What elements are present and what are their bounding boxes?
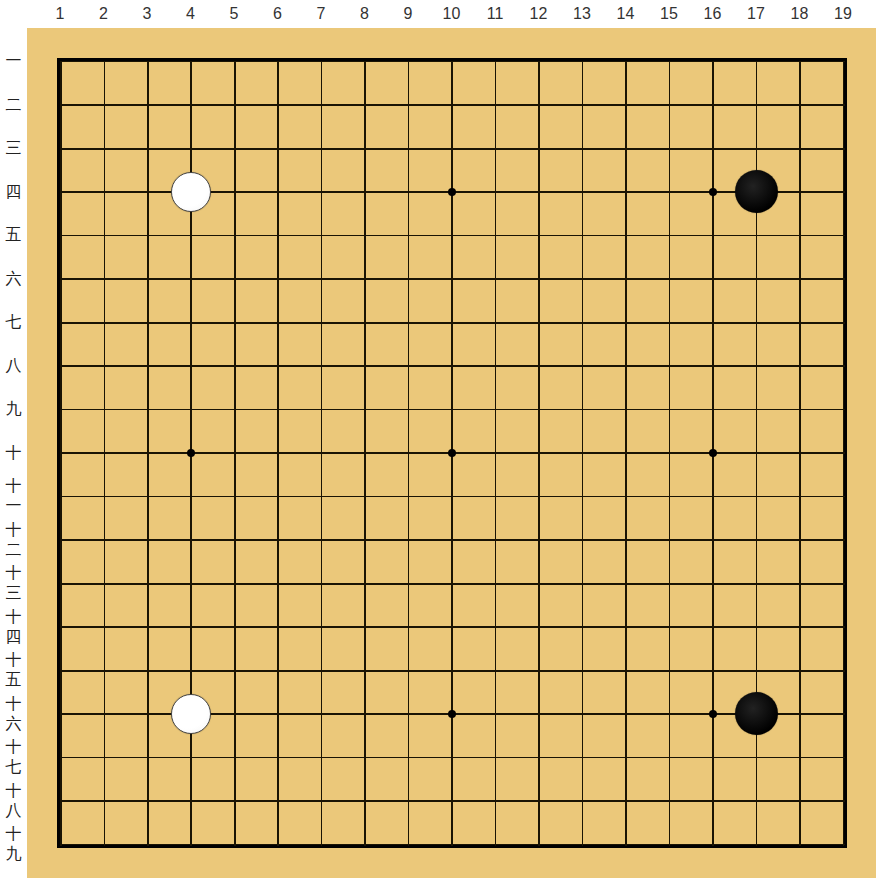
intersection-7-3[interactable]: [299, 126, 343, 170]
intersection-18-18[interactable]: [778, 779, 822, 823]
intersection-8-12[interactable]: [343, 518, 387, 562]
intersection-7-9[interactable]: [299, 387, 343, 431]
intersection-11-5[interactable]: [473, 213, 517, 257]
intersection-10-12[interactable]: [430, 518, 474, 562]
intersection-16-10[interactable]: [691, 431, 735, 475]
intersection-16-6[interactable]: [691, 257, 735, 301]
intersection-5-5[interactable]: [212, 213, 256, 257]
intersection-11-9[interactable]: [473, 387, 517, 431]
intersection-12-11[interactable]: [517, 474, 561, 518]
intersection-7-8[interactable]: [299, 344, 343, 388]
intersection-17-12[interactable]: [734, 518, 778, 562]
intersection-7-11[interactable]: [299, 474, 343, 518]
intersection-7-6[interactable]: [299, 257, 343, 301]
intersection-3-5[interactable]: [125, 213, 169, 257]
intersection-14-19[interactable]: [604, 822, 648, 866]
intersection-4-18[interactable]: [169, 779, 213, 823]
intersection-13-11[interactable]: [560, 474, 604, 518]
intersection-15-12[interactable]: [647, 518, 691, 562]
intersection-19-12[interactable]: [821, 518, 865, 562]
intersection-17-10[interactable]: [734, 431, 778, 475]
intersection-9-8[interactable]: [386, 344, 430, 388]
intersection-2-10[interactable]: [82, 431, 126, 475]
intersection-5-4[interactable]: [212, 170, 256, 214]
intersection-9-7[interactable]: [386, 300, 430, 344]
intersection-10-1[interactable]: [430, 39, 474, 83]
intersection-19-15[interactable]: [821, 648, 865, 692]
intersection-17-19[interactable]: [734, 822, 778, 866]
intersection-17-2[interactable]: [734, 83, 778, 127]
intersection-17-14[interactable]: [734, 605, 778, 649]
intersection-14-16[interactable]: [604, 692, 648, 736]
intersection-12-2[interactable]: [517, 83, 561, 127]
intersection-19-1[interactable]: [821, 39, 865, 83]
intersection-8-3[interactable]: [343, 126, 387, 170]
intersection-12-3[interactable]: [517, 126, 561, 170]
intersection-12-1[interactable]: [517, 39, 561, 83]
intersection-8-13[interactable]: [343, 561, 387, 605]
intersection-8-4[interactable]: [343, 170, 387, 214]
intersection-6-9[interactable]: [256, 387, 300, 431]
intersection-15-19[interactable]: [647, 822, 691, 866]
intersection-4-11[interactable]: [169, 474, 213, 518]
intersection-6-4[interactable]: [256, 170, 300, 214]
intersection-13-14[interactable]: [560, 605, 604, 649]
intersection-17-17[interactable]: [734, 735, 778, 779]
intersection-18-14[interactable]: [778, 605, 822, 649]
intersection-12-6[interactable]: [517, 257, 561, 301]
intersection-15-6[interactable]: [647, 257, 691, 301]
intersection-12-5[interactable]: [517, 213, 561, 257]
intersection-1-19[interactable]: [38, 822, 82, 866]
intersection-9-15[interactable]: [386, 648, 430, 692]
intersection-18-10[interactable]: [778, 431, 822, 475]
intersection-14-12[interactable]: [604, 518, 648, 562]
intersection-11-2[interactable]: [473, 83, 517, 127]
intersection-9-9[interactable]: [386, 387, 430, 431]
intersection-9-3[interactable]: [386, 126, 430, 170]
intersection-5-18[interactable]: [212, 779, 256, 823]
intersection-9-19[interactable]: [386, 822, 430, 866]
intersection-2-16[interactable]: [82, 692, 126, 736]
intersection-2-2[interactable]: [82, 83, 126, 127]
intersection-11-4[interactable]: [473, 170, 517, 214]
intersection-10-8[interactable]: [430, 344, 474, 388]
intersection-9-18[interactable]: [386, 779, 430, 823]
intersection-4-6[interactable]: [169, 257, 213, 301]
intersection-6-6[interactable]: [256, 257, 300, 301]
intersection-14-4[interactable]: [604, 170, 648, 214]
intersection-3-15[interactable]: [125, 648, 169, 692]
intersection-12-10[interactable]: [517, 431, 561, 475]
intersection-6-14[interactable]: [256, 605, 300, 649]
intersection-16-15[interactable]: [691, 648, 735, 692]
intersection-8-11[interactable]: [343, 474, 387, 518]
intersection-19-11[interactable]: [821, 474, 865, 518]
intersection-16-16[interactable]: [691, 692, 735, 736]
intersection-6-10[interactable]: [256, 431, 300, 475]
intersection-12-9[interactable]: [517, 387, 561, 431]
intersection-10-6[interactable]: [430, 257, 474, 301]
intersection-1-5[interactable]: [38, 213, 82, 257]
intersection-15-9[interactable]: [647, 387, 691, 431]
intersection-6-17[interactable]: [256, 735, 300, 779]
intersection-14-3[interactable]: [604, 126, 648, 170]
intersection-18-11[interactable]: [778, 474, 822, 518]
intersection-15-2[interactable]: [647, 83, 691, 127]
intersection-6-16[interactable]: [256, 692, 300, 736]
intersection-18-6[interactable]: [778, 257, 822, 301]
intersection-8-2[interactable]: [343, 83, 387, 127]
intersection-5-13[interactable]: [212, 561, 256, 605]
intersection-4-8[interactable]: [169, 344, 213, 388]
intersection-2-9[interactable]: [82, 387, 126, 431]
intersection-1-11[interactable]: [38, 474, 82, 518]
intersection-1-7[interactable]: [38, 300, 82, 344]
intersection-7-12[interactable]: [299, 518, 343, 562]
intersection-12-7[interactable]: [517, 300, 561, 344]
intersection-18-2[interactable]: [778, 83, 822, 127]
intersection-16-4[interactable]: [691, 170, 735, 214]
intersection-19-5[interactable]: [821, 213, 865, 257]
intersection-15-11[interactable]: [647, 474, 691, 518]
intersection-13-10[interactable]: [560, 431, 604, 475]
intersection-13-1[interactable]: [560, 39, 604, 83]
intersection-18-12[interactable]: [778, 518, 822, 562]
intersection-15-5[interactable]: [647, 213, 691, 257]
intersection-6-12[interactable]: [256, 518, 300, 562]
intersection-19-18[interactable]: [821, 779, 865, 823]
intersection-18-1[interactable]: [778, 39, 822, 83]
intersection-13-2[interactable]: [560, 83, 604, 127]
intersection-9-6[interactable]: [386, 257, 430, 301]
intersection-2-3[interactable]: [82, 126, 126, 170]
intersection-5-3[interactable]: [212, 126, 256, 170]
intersection-16-14[interactable]: [691, 605, 735, 649]
intersection-11-3[interactable]: [473, 126, 517, 170]
intersection-8-6[interactable]: [343, 257, 387, 301]
intersection-1-2[interactable]: [38, 83, 82, 127]
intersection-17-9[interactable]: [734, 387, 778, 431]
intersection-1-18[interactable]: [38, 779, 82, 823]
intersection-3-16[interactable]: [125, 692, 169, 736]
intersection-18-7[interactable]: [778, 300, 822, 344]
intersection-9-2[interactable]: [386, 83, 430, 127]
intersection-12-15[interactable]: [517, 648, 561, 692]
intersection-11-7[interactable]: [473, 300, 517, 344]
intersection-13-4[interactable]: [560, 170, 604, 214]
intersection-3-18[interactable]: [125, 779, 169, 823]
intersection-7-16[interactable]: [299, 692, 343, 736]
intersection-5-14[interactable]: [212, 605, 256, 649]
intersection-12-8[interactable]: [517, 344, 561, 388]
intersection-13-6[interactable]: [560, 257, 604, 301]
intersection-4-14[interactable]: [169, 605, 213, 649]
intersection-13-3[interactable]: [560, 126, 604, 170]
intersection-1-8[interactable]: [38, 344, 82, 388]
intersection-7-2[interactable]: [299, 83, 343, 127]
intersection-1-3[interactable]: [38, 126, 82, 170]
intersection-4-10[interactable]: [169, 431, 213, 475]
intersection-14-13[interactable]: [604, 561, 648, 605]
intersection-4-5[interactable]: [169, 213, 213, 257]
intersection-2-18[interactable]: [82, 779, 126, 823]
intersection-6-1[interactable]: [256, 39, 300, 83]
intersection-17-16[interactable]: [734, 692, 778, 736]
intersection-6-5[interactable]: [256, 213, 300, 257]
intersection-9-16[interactable]: [386, 692, 430, 736]
intersection-14-9[interactable]: [604, 387, 648, 431]
intersection-3-9[interactable]: [125, 387, 169, 431]
intersection-10-14[interactable]: [430, 605, 474, 649]
intersection-8-19[interactable]: [343, 822, 387, 866]
intersection-8-10[interactable]: [343, 431, 387, 475]
intersection-13-13[interactable]: [560, 561, 604, 605]
intersection-3-6[interactable]: [125, 257, 169, 301]
intersection-2-17[interactable]: [82, 735, 126, 779]
intersection-4-2[interactable]: [169, 83, 213, 127]
intersection-11-12[interactable]: [473, 518, 517, 562]
intersection-3-10[interactable]: [125, 431, 169, 475]
intersection-17-15[interactable]: [734, 648, 778, 692]
intersection-10-7[interactable]: [430, 300, 474, 344]
intersection-11-19[interactable]: [473, 822, 517, 866]
intersection-1-1[interactable]: [38, 39, 82, 83]
intersection-5-7[interactable]: [212, 300, 256, 344]
intersection-2-12[interactable]: [82, 518, 126, 562]
intersection-6-2[interactable]: [256, 83, 300, 127]
intersection-9-13[interactable]: [386, 561, 430, 605]
intersection-4-19[interactable]: [169, 822, 213, 866]
intersection-14-2[interactable]: [604, 83, 648, 127]
intersection-5-8[interactable]: [212, 344, 256, 388]
intersection-2-14[interactable]: [82, 605, 126, 649]
intersection-2-1[interactable]: [82, 39, 126, 83]
white-stone-4-4[interactable]: [171, 172, 211, 212]
intersection-17-13[interactable]: [734, 561, 778, 605]
intersection-1-15[interactable]: [38, 648, 82, 692]
intersection-3-7[interactable]: [125, 300, 169, 344]
intersection-5-19[interactable]: [212, 822, 256, 866]
intersection-10-11[interactable]: [430, 474, 474, 518]
intersection-15-8[interactable]: [647, 344, 691, 388]
intersection-10-19[interactable]: [430, 822, 474, 866]
intersection-11-14[interactable]: [473, 605, 517, 649]
intersection-16-3[interactable]: [691, 126, 735, 170]
intersection-19-19[interactable]: [821, 822, 865, 866]
intersection-9-10[interactable]: [386, 431, 430, 475]
intersection-11-6[interactable]: [473, 257, 517, 301]
intersection-9-4[interactable]: [386, 170, 430, 214]
intersection-16-18[interactable]: [691, 779, 735, 823]
intersection-15-10[interactable]: [647, 431, 691, 475]
intersection-18-9[interactable]: [778, 387, 822, 431]
intersection-2-11[interactable]: [82, 474, 126, 518]
intersection-11-8[interactable]: [473, 344, 517, 388]
intersection-13-7[interactable]: [560, 300, 604, 344]
intersection-3-4[interactable]: [125, 170, 169, 214]
intersection-19-9[interactable]: [821, 387, 865, 431]
intersection-4-12[interactable]: [169, 518, 213, 562]
intersection-4-3[interactable]: [169, 126, 213, 170]
intersection-18-3[interactable]: [778, 126, 822, 170]
intersection-13-16[interactable]: [560, 692, 604, 736]
intersection-16-5[interactable]: [691, 213, 735, 257]
intersection-14-8[interactable]: [604, 344, 648, 388]
intersection-14-6[interactable]: [604, 257, 648, 301]
intersection-2-8[interactable]: [82, 344, 126, 388]
intersection-11-17[interactable]: [473, 735, 517, 779]
intersection-10-5[interactable]: [430, 213, 474, 257]
intersection-4-7[interactable]: [169, 300, 213, 344]
intersection-19-4[interactable]: [821, 170, 865, 214]
intersection-12-16[interactable]: [517, 692, 561, 736]
intersection-12-4[interactable]: [517, 170, 561, 214]
intersection-19-8[interactable]: [821, 344, 865, 388]
intersection-14-15[interactable]: [604, 648, 648, 692]
intersection-15-15[interactable]: [647, 648, 691, 692]
intersection-3-19[interactable]: [125, 822, 169, 866]
intersection-1-14[interactable]: [38, 605, 82, 649]
intersection-7-13[interactable]: [299, 561, 343, 605]
intersection-10-17[interactable]: [430, 735, 474, 779]
intersection-17-3[interactable]: [734, 126, 778, 170]
intersection-17-18[interactable]: [734, 779, 778, 823]
intersection-3-2[interactable]: [125, 83, 169, 127]
intersection-8-8[interactable]: [343, 344, 387, 388]
intersection-18-8[interactable]: [778, 344, 822, 388]
intersection-10-16[interactable]: [430, 692, 474, 736]
intersection-16-1[interactable]: [691, 39, 735, 83]
intersection-16-13[interactable]: [691, 561, 735, 605]
intersection-4-13[interactable]: [169, 561, 213, 605]
intersection-15-1[interactable]: [647, 39, 691, 83]
intersection-19-2[interactable]: [821, 83, 865, 127]
intersection-10-13[interactable]: [430, 561, 474, 605]
intersection-13-19[interactable]: [560, 822, 604, 866]
intersection-12-14[interactable]: [517, 605, 561, 649]
intersection-13-12[interactable]: [560, 518, 604, 562]
intersection-6-8[interactable]: [256, 344, 300, 388]
intersection-19-16[interactable]: [821, 692, 865, 736]
intersection-14-10[interactable]: [604, 431, 648, 475]
intersection-19-3[interactable]: [821, 126, 865, 170]
intersection-7-14[interactable]: [299, 605, 343, 649]
intersection-9-1[interactable]: [386, 39, 430, 83]
intersection-14-11[interactable]: [604, 474, 648, 518]
intersection-2-7[interactable]: [82, 300, 126, 344]
intersection-7-19[interactable]: [299, 822, 343, 866]
intersection-16-12[interactable]: [691, 518, 735, 562]
intersection-15-3[interactable]: [647, 126, 691, 170]
intersection-2-13[interactable]: [82, 561, 126, 605]
intersection-13-18[interactable]: [560, 779, 604, 823]
intersection-14-1[interactable]: [604, 39, 648, 83]
intersection-4-4[interactable]: [169, 170, 213, 214]
intersection-1-6[interactable]: [38, 257, 82, 301]
intersection-11-1[interactable]: [473, 39, 517, 83]
intersection-2-6[interactable]: [82, 257, 126, 301]
intersection-8-1[interactable]: [343, 39, 387, 83]
intersection-4-9[interactable]: [169, 387, 213, 431]
intersection-8-18[interactable]: [343, 779, 387, 823]
intersection-14-17[interactable]: [604, 735, 648, 779]
intersection-9-11[interactable]: [386, 474, 430, 518]
intersection-15-16[interactable]: [647, 692, 691, 736]
intersection-7-10[interactable]: [299, 431, 343, 475]
intersection-19-14[interactable]: [821, 605, 865, 649]
intersection-11-16[interactable]: [473, 692, 517, 736]
intersection-15-14[interactable]: [647, 605, 691, 649]
intersection-12-18[interactable]: [517, 779, 561, 823]
intersection-9-14[interactable]: [386, 605, 430, 649]
intersection-19-10[interactable]: [821, 431, 865, 475]
intersection-16-2[interactable]: [691, 83, 735, 127]
intersection-18-19[interactable]: [778, 822, 822, 866]
intersection-5-2[interactable]: [212, 83, 256, 127]
intersection-14-14[interactable]: [604, 605, 648, 649]
intersection-18-5[interactable]: [778, 213, 822, 257]
intersection-16-17[interactable]: [691, 735, 735, 779]
intersection-13-8[interactable]: [560, 344, 604, 388]
intersection-10-15[interactable]: [430, 648, 474, 692]
black-stone-17-16[interactable]: [735, 692, 778, 735]
intersection-18-15[interactable]: [778, 648, 822, 692]
intersection-16-7[interactable]: [691, 300, 735, 344]
intersection-7-15[interactable]: [299, 648, 343, 692]
intersection-8-9[interactable]: [343, 387, 387, 431]
intersection-6-19[interactable]: [256, 822, 300, 866]
intersection-5-17[interactable]: [212, 735, 256, 779]
intersection-8-16[interactable]: [343, 692, 387, 736]
intersection-12-12[interactable]: [517, 518, 561, 562]
intersection-6-3[interactable]: [256, 126, 300, 170]
intersection-2-15[interactable]: [82, 648, 126, 692]
intersection-1-16[interactable]: [38, 692, 82, 736]
intersection-15-7[interactable]: [647, 300, 691, 344]
intersection-1-12[interactable]: [38, 518, 82, 562]
intersection-14-5[interactable]: [604, 213, 648, 257]
intersection-8-14[interactable]: [343, 605, 387, 649]
intersection-13-5[interactable]: [560, 213, 604, 257]
intersection-18-16[interactable]: [778, 692, 822, 736]
intersection-16-9[interactable]: [691, 387, 735, 431]
intersection-9-5[interactable]: [386, 213, 430, 257]
intersection-5-12[interactable]: [212, 518, 256, 562]
intersection-12-13[interactable]: [517, 561, 561, 605]
intersection-17-5[interactable]: [734, 213, 778, 257]
intersection-5-6[interactable]: [212, 257, 256, 301]
intersection-19-17[interactable]: [821, 735, 865, 779]
intersection-7-7[interactable]: [299, 300, 343, 344]
intersection-2-4[interactable]: [82, 170, 126, 214]
intersection-7-5[interactable]: [299, 213, 343, 257]
intersection-8-15[interactable]: [343, 648, 387, 692]
intersection-1-4[interactable]: [38, 170, 82, 214]
intersection-10-9[interactable]: [430, 387, 474, 431]
intersection-19-7[interactable]: [821, 300, 865, 344]
intersection-4-1[interactable]: [169, 39, 213, 83]
intersection-17-1[interactable]: [734, 39, 778, 83]
intersection-18-4[interactable]: [778, 170, 822, 214]
intersection-9-12[interactable]: [386, 518, 430, 562]
intersection-14-18[interactable]: [604, 779, 648, 823]
intersection-5-11[interactable]: [212, 474, 256, 518]
intersection-3-13[interactable]: [125, 561, 169, 605]
intersection-3-17[interactable]: [125, 735, 169, 779]
intersection-6-15[interactable]: [256, 648, 300, 692]
intersection-7-1[interactable]: [299, 39, 343, 83]
